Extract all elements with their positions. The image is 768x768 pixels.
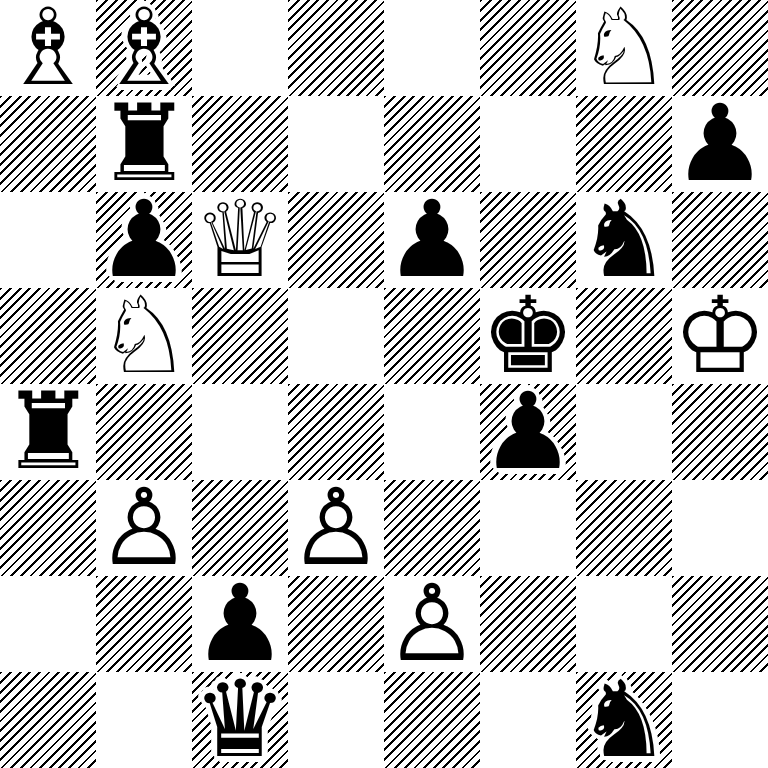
square-b1[interactable] [96,672,192,768]
square-d1[interactable] [288,672,384,768]
square-g6[interactable]: ♞ [576,192,672,288]
square-g4[interactable] [576,384,672,480]
square-d3[interactable]: ♙ [288,480,384,576]
square-e7[interactable] [384,96,480,192]
square-f7[interactable] [480,96,576,192]
square-b2[interactable] [96,576,192,672]
square-e2[interactable]: ♙ [384,576,480,672]
black-rook-b7[interactable]: ♜ [96,96,191,192]
square-c8[interactable] [192,0,288,96]
square-a4[interactable]: ♜ [0,384,96,480]
square-a6[interactable] [0,192,96,288]
square-g5[interactable] [576,288,672,384]
square-d8[interactable] [288,0,384,96]
square-c2[interactable]: ♟ [192,576,288,672]
square-b8[interactable]: ♗ [96,0,192,96]
white-pawn-d3[interactable]: ♙ [288,480,383,576]
square-g1[interactable]: ♞ [576,672,672,768]
square-f6[interactable] [480,192,576,288]
square-b4[interactable] [96,384,192,480]
square-a3[interactable] [0,480,96,576]
square-e1[interactable] [384,672,480,768]
square-f2[interactable] [480,576,576,672]
white-queen-c6[interactable]: ♕ [192,192,287,288]
square-g2[interactable] [576,576,672,672]
white-pawn-b3[interactable]: ♙ [96,480,191,576]
square-h8[interactable] [672,0,768,96]
black-knight-g6[interactable]: ♞ [576,192,671,288]
square-f4[interactable]: ♟ [480,384,576,480]
square-g8[interactable]: ♘ [576,0,672,96]
square-b5[interactable]: ♘ [96,288,192,384]
square-h4[interactable] [672,384,768,480]
square-e6[interactable]: ♟ [384,192,480,288]
square-h7[interactable]: ♟ [672,96,768,192]
square-g7[interactable] [576,96,672,192]
square-a8[interactable]: ♗ [0,0,96,96]
square-d2[interactable] [288,576,384,672]
square-e5[interactable] [384,288,480,384]
black-pawn-e6[interactable]: ♟ [384,192,479,288]
black-pawn-c2[interactable]: ♟ [192,576,287,672]
square-d5[interactable] [288,288,384,384]
square-c7[interactable] [192,96,288,192]
chess-board: ♗♗♘♜♟♟♕♟♞♘♚♔♜♟♙♙♟♙♛♞ [0,0,768,768]
black-pawn-f4[interactable]: ♟ [480,384,575,480]
square-f5[interactable]: ♚ [480,288,576,384]
square-h6[interactable] [672,192,768,288]
square-h5[interactable]: ♔ [672,288,768,384]
square-f8[interactable] [480,0,576,96]
square-c1[interactable]: ♛ [192,672,288,768]
square-e4[interactable] [384,384,480,480]
square-c5[interactable] [192,288,288,384]
square-e3[interactable] [384,480,480,576]
white-king-h5[interactable]: ♔ [672,288,767,384]
square-d4[interactable] [288,384,384,480]
square-c4[interactable] [192,384,288,480]
square-e8[interactable] [384,0,480,96]
square-a1[interactable] [0,672,96,768]
black-king-f5[interactable]: ♚ [480,288,575,384]
square-c6[interactable]: ♕ [192,192,288,288]
white-bishop-a8[interactable]: ♗ [0,0,95,96]
square-h3[interactable] [672,480,768,576]
white-knight-g8[interactable]: ♘ [576,0,671,96]
white-knight-b5[interactable]: ♘ [96,288,191,384]
square-d7[interactable] [288,96,384,192]
square-a7[interactable] [0,96,96,192]
white-pawn-e2[interactable]: ♙ [384,576,479,672]
black-pawn-b6[interactable]: ♟ [96,192,191,288]
square-b3[interactable]: ♙ [96,480,192,576]
square-h1[interactable] [672,672,768,768]
black-queen-c1[interactable]: ♛ [192,672,287,768]
white-bishop-b8[interactable]: ♗ [96,0,191,96]
square-f3[interactable] [480,480,576,576]
square-f1[interactable] [480,672,576,768]
square-d6[interactable] [288,192,384,288]
square-a5[interactable] [0,288,96,384]
square-b6[interactable]: ♟ [96,192,192,288]
black-pawn-h7[interactable]: ♟ [672,96,767,192]
black-knight-g1[interactable]: ♞ [576,672,671,768]
square-h2[interactable] [672,576,768,672]
square-c3[interactable] [192,480,288,576]
square-g3[interactable] [576,480,672,576]
square-b7[interactable]: ♜ [96,96,192,192]
black-rook-a4[interactable]: ♜ [0,384,95,480]
square-a2[interactable] [0,576,96,672]
